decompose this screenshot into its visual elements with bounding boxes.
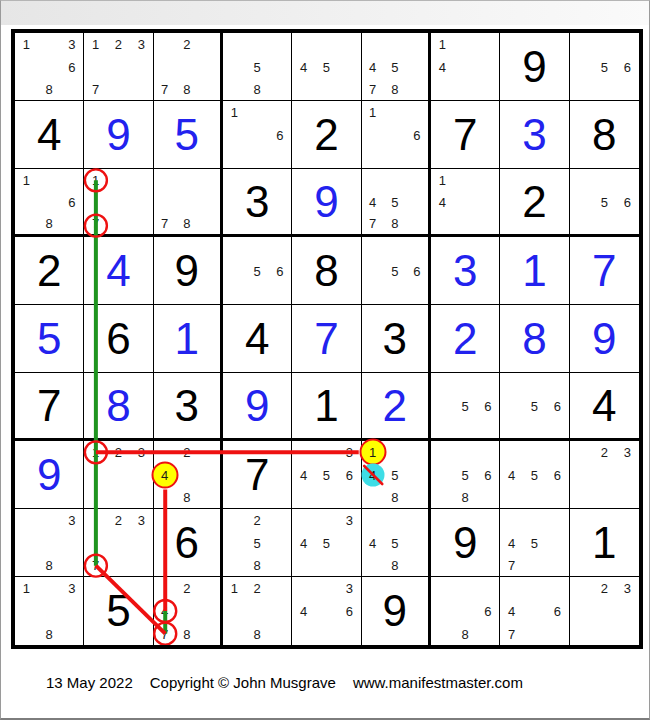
cell-r3c7[interactable]: 14	[431, 169, 500, 237]
candidate-8: 8	[46, 558, 53, 571]
given-digit: 6	[84, 305, 152, 372]
candidate-2: 2	[601, 446, 608, 459]
candidate-7: 7	[161, 82, 168, 95]
cell-r7c2[interactable]: 123	[84, 441, 153, 509]
candidate-6: 6	[624, 195, 631, 208]
cell-r9c6[interactable]: 9	[362, 577, 431, 645]
candidate-1: 1	[369, 106, 376, 119]
candidate-6: 6	[413, 264, 420, 277]
candidate-1: 1	[23, 38, 30, 51]
cell-r9c3[interactable]: 2478	[154, 577, 223, 645]
cell-r9c1[interactable]: 138	[15, 577, 84, 645]
candidate-4: 4	[300, 468, 307, 481]
candidate-2: 2	[115, 38, 122, 51]
page-frame: 1368123727858454578149564951621673816817…	[0, 0, 650, 720]
candidate-4: 4	[508, 468, 515, 481]
cell-r9c4[interactable]: 128	[223, 577, 292, 645]
cell-r2c8[interactable]: 3	[500, 101, 569, 169]
cell-r5c3[interactable]: 1	[154, 305, 223, 373]
candidate-1: 1	[439, 173, 446, 186]
solved-digit: 9	[292, 169, 360, 234]
solved-digit: 9	[84, 101, 152, 168]
candidate-3: 3	[346, 582, 353, 595]
cell-r1c3[interactable]: 278	[154, 33, 223, 101]
candidate-5: 5	[323, 536, 330, 549]
candidate-6: 6	[413, 128, 420, 141]
candidate-5: 5	[254, 536, 261, 549]
window-top-bar	[1, 1, 649, 25]
candidate-3: 3	[138, 38, 145, 51]
candidate-3: 3	[68, 582, 75, 595]
solved-digit: 5	[154, 101, 220, 168]
cell-r7c1[interactable]: 9	[15, 441, 84, 509]
candidate-5: 5	[391, 195, 398, 208]
candidate-6: 6	[624, 60, 631, 73]
cell-r6c1[interactable]: 7	[15, 373, 84, 441]
candidate-1: 1	[23, 582, 30, 595]
cell-r1c5[interactable]: 45	[292, 33, 361, 101]
candidate-4: 4	[161, 605, 168, 618]
candidate-8: 8	[391, 82, 398, 95]
candidate-1: 1	[439, 38, 446, 51]
cell-r2c6[interactable]: 16	[362, 101, 431, 169]
cell-r6c2[interactable]: 8	[84, 373, 153, 441]
candidate-5: 5	[531, 536, 538, 549]
candidate-5: 5	[462, 399, 469, 412]
cell-r4c3[interactable]: 9	[154, 237, 223, 305]
given-digit: 8	[292, 237, 360, 304]
candidate-5: 5	[323, 60, 330, 73]
candidate-8: 8	[46, 627, 53, 640]
candidate-5: 5	[323, 468, 330, 481]
sudoku-board: 1368123727858454578149564951621673816817…	[15, 33, 639, 645]
candidate-4: 4	[369, 195, 376, 208]
candidate-5: 5	[391, 264, 398, 277]
candidate-3: 3	[346, 446, 353, 459]
candidate-6: 6	[554, 468, 561, 481]
cell-r7c6[interactable]: 1458	[362, 441, 431, 509]
candidate-1: 1	[92, 38, 99, 51]
cell-r2c3[interactable]: 5	[154, 101, 223, 169]
cell-r8c3[interactable]: 6	[154, 509, 223, 577]
solved-digit: 8	[84, 373, 152, 438]
solved-digit: 2	[431, 305, 499, 372]
cell-r1c6[interactable]: 4578	[362, 33, 431, 101]
candidate-7: 7	[92, 217, 99, 230]
solved-digit: 1	[154, 305, 220, 372]
candidate-2: 2	[254, 582, 261, 595]
candidate-2: 2	[183, 446, 190, 459]
cell-r6c6[interactable]: 2	[362, 373, 431, 441]
candidate-4: 4	[508, 605, 515, 618]
candidate-1: 1	[369, 446, 376, 459]
candidate-4: 4	[369, 60, 376, 73]
candidate-8: 8	[254, 627, 261, 640]
cell-r8c2[interactable]: 237	[84, 509, 153, 577]
cell-r9c9[interactable]: 23	[570, 577, 639, 645]
cell-r4c2[interactable]: 4	[84, 237, 153, 305]
candidate-6: 6	[484, 399, 491, 412]
candidate-5: 5	[462, 468, 469, 481]
cell-r2c4[interactable]: 16	[223, 101, 292, 169]
cell-r7c7[interactable]: 568	[431, 441, 500, 509]
candidate-5: 5	[391, 468, 398, 481]
footer-website: www.manifestmaster.com	[353, 674, 523, 691]
candidate-3: 3	[138, 446, 145, 459]
solved-digit: 7	[570, 237, 639, 304]
given-digit: 4	[223, 305, 291, 372]
cell-r3c8[interactable]: 2	[500, 169, 569, 237]
candidate-4: 4	[300, 605, 307, 618]
cell-r8c8[interactable]: 457	[500, 509, 569, 577]
candidate-2: 2	[115, 514, 122, 527]
candidate-7: 7	[161, 627, 168, 640]
candidate-8: 8	[391, 217, 398, 230]
solved-digit: 3	[431, 237, 499, 304]
given-digit: 9	[500, 33, 568, 100]
candidate-8: 8	[46, 217, 53, 230]
given-digit: 3	[362, 305, 428, 372]
cell-r5c6[interactable]: 3	[362, 305, 431, 373]
cell-r9c5[interactable]: 346	[292, 577, 361, 645]
solved-digit: 8	[500, 305, 568, 372]
candidate-3: 3	[68, 38, 75, 51]
footer-date: 13 May 2022	[46, 674, 133, 691]
candidate-2: 2	[183, 582, 190, 595]
given-digit: 4	[15, 101, 83, 168]
solved-digit: 7	[292, 305, 360, 372]
cell-r1c1[interactable]: 1368	[15, 33, 84, 101]
solved-digit: 4	[84, 237, 152, 304]
candidate-6: 6	[554, 605, 561, 618]
cell-r7c5[interactable]: 3456	[292, 441, 361, 509]
given-digit: 9	[154, 237, 220, 304]
candidate-5: 5	[391, 536, 398, 549]
board-frame: 1368123727858454578149564951621673816817…	[11, 29, 643, 649]
candidate-5: 5	[601, 60, 608, 73]
candidate-2: 2	[254, 514, 261, 527]
candidate-3: 3	[346, 514, 353, 527]
candidate-8: 8	[462, 490, 469, 503]
candidate-1: 1	[92, 446, 99, 459]
cell-r2c1[interactable]: 4	[15, 101, 84, 169]
candidate-1: 1	[23, 173, 30, 186]
candidate-8: 8	[46, 82, 53, 95]
cell-r1c8[interactable]: 9	[500, 33, 569, 101]
cell-r5c9[interactable]: 9	[570, 305, 639, 373]
candidate-5: 5	[391, 60, 398, 73]
cell-r4c6[interactable]: 56	[362, 237, 431, 305]
candidate-6: 6	[276, 128, 283, 141]
candidate-7: 7	[92, 558, 99, 571]
cell-r5c2[interactable]: 6	[84, 305, 153, 373]
cell-r2c5[interactable]: 2	[292, 101, 361, 169]
cell-r6c8[interactable]: 56	[500, 373, 569, 441]
cell-r4c9[interactable]: 7	[570, 237, 639, 305]
cell-r5c5[interactable]: 7	[292, 305, 361, 373]
candidate-6: 6	[68, 60, 75, 73]
candidate-4: 4	[439, 195, 446, 208]
candidate-4: 4	[161, 468, 168, 481]
cell-r3c1[interactable]: 168	[15, 169, 84, 237]
candidate-7: 7	[369, 217, 376, 230]
given-digit: 3	[154, 373, 220, 438]
candidate-6: 6	[346, 468, 353, 481]
candidate-5: 5	[601, 195, 608, 208]
cell-r7c4[interactable]: 7	[223, 441, 292, 509]
cell-r6c7[interactable]: 56	[431, 373, 500, 441]
footer-copyright: Copyright © John Musgrave	[150, 674, 336, 691]
cell-r5c1[interactable]: 5	[15, 305, 84, 373]
cell-r8c6[interactable]: 458	[362, 509, 431, 577]
candidate-6: 6	[276, 264, 283, 277]
given-digit: 7	[431, 101, 499, 168]
cell-r3c6[interactable]: 4578	[362, 169, 431, 237]
candidate-6: 6	[346, 605, 353, 618]
candidate-8: 8	[183, 627, 190, 640]
candidate-8: 8	[254, 558, 261, 571]
candidate-4: 4	[300, 536, 307, 549]
cell-r3c4[interactable]: 3	[223, 169, 292, 237]
candidate-5: 5	[531, 399, 538, 412]
cell-r6c5[interactable]: 1	[292, 373, 361, 441]
cell-r1c2[interactable]: 1237	[84, 33, 153, 101]
candidate-8: 8	[183, 490, 190, 503]
footer: 13 May 2022 Copyright © John Musgrave ww…	[46, 674, 523, 691]
cell-r1c7[interactable]: 14	[431, 33, 500, 101]
candidate-8: 8	[183, 217, 190, 230]
cell-r2c2[interactable]: 9	[84, 101, 153, 169]
candidate-8: 8	[254, 82, 261, 95]
candidate-2: 2	[115, 446, 122, 459]
solved-digit: 9	[570, 305, 639, 372]
cell-r1c4[interactable]: 58	[223, 33, 292, 101]
candidate-7: 7	[161, 217, 168, 230]
candidate-5: 5	[254, 264, 261, 277]
given-digit: 7	[15, 373, 83, 438]
cell-r5c7[interactable]: 2	[431, 305, 500, 373]
cell-r8c7[interactable]: 9	[431, 509, 500, 577]
candidate-7: 7	[508, 627, 515, 640]
cell-r4c8[interactable]: 1	[500, 237, 569, 305]
cell-r6c9[interactable]: 4	[570, 373, 639, 441]
given-digit: 7	[223, 441, 291, 508]
given-digit: 9	[431, 509, 499, 576]
cell-r3c2[interactable]: 17	[84, 169, 153, 237]
candidate-4: 4	[369, 536, 376, 549]
cell-r5c8[interactable]: 8	[500, 305, 569, 373]
candidate-8: 8	[391, 558, 398, 571]
candidate-6: 6	[484, 468, 491, 481]
cell-r3c3[interactable]: 78	[154, 169, 223, 237]
candidate-8: 8	[391, 490, 398, 503]
given-digit: 2	[292, 101, 360, 168]
solved-digit: 1	[500, 237, 568, 304]
cell-r8c5[interactable]: 345	[292, 509, 361, 577]
cell-r4c7[interactable]: 3	[431, 237, 500, 305]
solved-digit: 9	[223, 373, 291, 438]
cell-r8c4[interactable]: 258	[223, 509, 292, 577]
cell-r9c7[interactable]: 68	[431, 577, 500, 645]
solved-digit: 9	[15, 441, 83, 508]
given-digit: 1	[570, 509, 639, 576]
cell-r7c8[interactable]: 456	[500, 441, 569, 509]
candidate-7: 7	[92, 82, 99, 95]
cell-r8c1[interactable]: 38	[15, 509, 84, 577]
solved-digit: 2	[362, 373, 428, 438]
cell-r4c1[interactable]: 2	[15, 237, 84, 305]
cell-r4c4[interactable]: 56	[223, 237, 292, 305]
candidate-7: 7	[369, 82, 376, 95]
cell-r7c9[interactable]: 23	[570, 441, 639, 509]
candidate-6: 6	[554, 399, 561, 412]
candidate-2: 2	[601, 582, 608, 595]
candidate-8: 8	[462, 627, 469, 640]
given-digit: 6	[154, 509, 220, 576]
candidate-4: 4	[300, 60, 307, 73]
given-digit: 1	[292, 373, 360, 438]
cell-r5c4[interactable]: 4	[223, 305, 292, 373]
cell-r2c9[interactable]: 8	[570, 101, 639, 169]
given-digit: 8	[570, 101, 639, 168]
cell-r7c3[interactable]: 248	[154, 441, 223, 509]
cell-r2c7[interactable]: 7	[431, 101, 500, 169]
given-digit: 9	[362, 577, 428, 645]
cell-r4c5[interactable]: 8	[292, 237, 361, 305]
solved-digit: 3	[500, 101, 568, 168]
candidate-1: 1	[231, 582, 238, 595]
candidate-3: 3	[68, 514, 75, 527]
cell-r8c9[interactable]: 1	[570, 509, 639, 577]
candidate-3: 3	[624, 582, 631, 595]
given-digit: 5	[84, 577, 152, 645]
candidate-2: 2	[183, 38, 190, 51]
candidate-1: 1	[92, 173, 99, 186]
candidate-6: 6	[68, 195, 75, 208]
cell-r6c3[interactable]: 3	[154, 373, 223, 441]
candidate-7: 7	[508, 558, 515, 571]
candidate-1: 1	[231, 106, 238, 119]
cell-r1c9[interactable]: 56	[570, 33, 639, 101]
candidate-3: 3	[624, 446, 631, 459]
candidate-8: 8	[183, 82, 190, 95]
candidate-3: 3	[138, 514, 145, 527]
cell-r9c2[interactable]: 5	[84, 577, 153, 645]
candidate-5: 5	[254, 60, 261, 73]
candidate-4: 4	[369, 468, 376, 481]
given-digit: 2	[500, 169, 568, 234]
solved-digit: 5	[15, 305, 83, 372]
cell-r3c5[interactable]: 9	[292, 169, 361, 237]
candidate-4: 4	[439, 60, 446, 73]
cell-r3c9[interactable]: 56	[570, 169, 639, 237]
candidate-5: 5	[531, 468, 538, 481]
given-digit: 4	[570, 373, 639, 438]
cell-r9c8[interactable]: 467	[500, 577, 569, 645]
given-digit: 3	[223, 169, 291, 234]
given-digit: 2	[15, 237, 83, 304]
candidate-6: 6	[484, 605, 491, 618]
cell-r6c4[interactable]: 9	[223, 373, 292, 441]
candidate-4: 4	[508, 536, 515, 549]
